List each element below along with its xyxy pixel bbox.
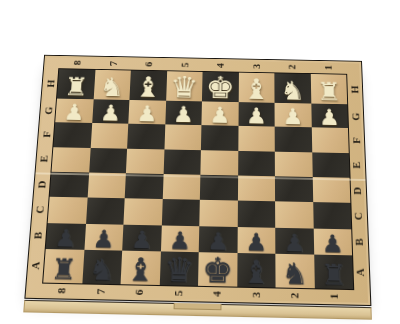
square-A6[interactable]: ♝ xyxy=(121,251,161,285)
coordinate-label: 8 xyxy=(72,60,83,65)
piece-white-pawn[interactable]: ♟ xyxy=(209,105,230,127)
square-C3[interactable] xyxy=(237,201,275,228)
square-E4[interactable] xyxy=(200,150,237,176)
board-grid: 87654321H♜♞♝♛♚♝♞♜HG♟♟♟♟♟♟♟♟GFFEEDDCCB♟♟♟… xyxy=(24,55,371,306)
square-B6[interactable]: ♟ xyxy=(122,224,161,251)
square-H3[interactable]: ♝ xyxy=(238,73,274,103)
right-coordinate-C: C xyxy=(350,203,367,229)
piece-white-pawn[interactable]: ♟ xyxy=(282,106,303,128)
piece-black-queen[interactable]: ♛ xyxy=(163,252,194,286)
square-D2[interactable] xyxy=(275,176,313,202)
border-corner xyxy=(25,282,43,298)
square-A5[interactable]: ♛ xyxy=(159,251,198,285)
coordinate-label: 6 xyxy=(134,289,146,295)
left-coordinate-E: E xyxy=(36,147,54,172)
piece-black-knight[interactable]: ♞ xyxy=(88,255,116,285)
square-C2[interactable] xyxy=(275,202,313,229)
left-coordinate-G: G xyxy=(40,98,57,122)
right-coordinate-F: F xyxy=(348,128,365,153)
square-E1[interactable] xyxy=(312,152,350,178)
square-E3[interactable] xyxy=(238,151,275,177)
square-D6[interactable] xyxy=(125,173,163,199)
piece-black-pawn[interactable]: ♟ xyxy=(283,231,305,255)
left-coordinate-F: F xyxy=(38,122,56,147)
square-B3[interactable]: ♟ xyxy=(237,227,275,254)
coordinate-label: 7 xyxy=(108,61,119,66)
square-C5[interactable] xyxy=(161,199,199,226)
square-B5[interactable]: ♟ xyxy=(160,225,199,252)
square-F3[interactable] xyxy=(238,126,275,151)
top-coordinate-6: 6 xyxy=(131,57,167,71)
top-coordinate-7: 7 xyxy=(95,57,131,71)
square-G1[interactable]: ♟ xyxy=(311,104,348,129)
square-B2[interactable]: ♟ xyxy=(275,227,313,254)
coordinate-label: 2 xyxy=(289,293,300,299)
square-E6[interactable] xyxy=(126,148,164,174)
square-B8[interactable]: ♟ xyxy=(46,223,86,250)
coordinate-label: A xyxy=(30,261,42,269)
product-photo: 87654321H♜♞♝♛♚♝♞♜HG♟♟♟♟♟♟♟♟GFFEEDDCCB♟♟♟… xyxy=(0,0,400,324)
coordinate-label: 6 xyxy=(144,62,155,67)
piece-white-knight[interactable]: ♞ xyxy=(99,74,125,100)
square-C1[interactable] xyxy=(313,202,352,229)
top-coordinate-8: 8 xyxy=(59,56,96,70)
border-corner xyxy=(44,56,60,69)
piece-black-bishop[interactable]: ♝ xyxy=(242,256,271,288)
piece-black-pawn[interactable]: ♟ xyxy=(245,230,267,254)
right-coordinate-E: E xyxy=(349,153,366,178)
right-coordinate-G: G xyxy=(347,104,363,128)
piece-white-king[interactable]: ♚ xyxy=(205,72,235,103)
square-D8[interactable] xyxy=(50,172,89,198)
piece-white-pawn[interactable]: ♟ xyxy=(63,102,85,124)
coordinate-label: C xyxy=(353,212,364,220)
square-D5[interactable] xyxy=(162,174,200,200)
square-A3[interactable]: ♝ xyxy=(237,253,276,287)
piece-white-rook[interactable]: ♜ xyxy=(316,79,341,105)
coordinate-label: 1 xyxy=(328,293,340,299)
square-C4[interactable] xyxy=(199,200,237,227)
piece-white-queen[interactable]: ♛ xyxy=(169,72,198,102)
square-F1[interactable] xyxy=(311,128,348,153)
piece-black-pawn[interactable]: ♟ xyxy=(92,227,115,251)
left-coordinate-D: D xyxy=(34,171,52,197)
coordinate-label: 8 xyxy=(56,288,68,294)
square-B7[interactable]: ♟ xyxy=(84,224,124,251)
piece-white-pawn[interactable]: ♟ xyxy=(99,102,121,124)
square-E5[interactable] xyxy=(163,149,201,175)
piece-black-knight[interactable]: ♞ xyxy=(281,259,308,289)
border-corner xyxy=(346,61,362,75)
piece-white-pawn[interactable]: ♟ xyxy=(173,104,195,126)
coordinate-label: F xyxy=(351,137,362,143)
square-H2[interactable]: ♞ xyxy=(274,73,310,103)
coordinate-label: E xyxy=(39,156,50,163)
square-H6[interactable]: ♝ xyxy=(129,71,166,101)
piece-white-knight[interactable]: ♞ xyxy=(280,78,305,105)
piece-black-pawn[interactable]: ♟ xyxy=(130,228,153,252)
square-B1[interactable]: ♟ xyxy=(313,228,352,255)
piece-black-rook[interactable]: ♜ xyxy=(50,255,78,284)
top-coordinate-1: 1 xyxy=(310,61,346,75)
square-D4[interactable] xyxy=(200,175,238,201)
piece-black-pawn[interactable]: ♟ xyxy=(321,232,344,256)
square-F8[interactable] xyxy=(53,123,91,148)
coordinate-label: D xyxy=(37,180,49,188)
piece-black-bishop[interactable]: ♝ xyxy=(126,254,156,286)
coordinate-label: B xyxy=(354,239,365,247)
coordinate-label: C xyxy=(35,206,47,214)
square-D7[interactable] xyxy=(87,173,126,199)
right-coordinate-H: H xyxy=(346,75,362,105)
piece-white-pawn[interactable]: ♟ xyxy=(136,103,158,125)
square-H4[interactable]: ♚ xyxy=(202,72,239,102)
square-G3[interactable]: ♟ xyxy=(238,102,275,127)
square-D1[interactable] xyxy=(312,177,350,203)
square-A2[interactable]: ♞ xyxy=(275,254,314,288)
coordinate-label: 2 xyxy=(287,64,298,69)
coordinate-label: F xyxy=(41,131,52,137)
square-A8[interactable]: ♜ xyxy=(43,249,84,283)
border-corner xyxy=(353,289,370,305)
square-G8[interactable]: ♟ xyxy=(55,99,93,124)
coordinate-label: G xyxy=(43,106,54,114)
piece-white-pawn[interactable]: ♟ xyxy=(246,105,267,127)
coordinate-label: 5 xyxy=(173,290,185,296)
coordinate-label: H xyxy=(45,80,56,88)
square-F4[interactable] xyxy=(201,125,238,150)
square-C7[interactable] xyxy=(86,198,125,225)
coordinate-label: G xyxy=(350,112,361,120)
right-coordinate-B: B xyxy=(351,229,368,256)
square-F2[interactable] xyxy=(275,127,312,152)
square-G2[interactable]: ♟ xyxy=(275,103,312,128)
square-H7[interactable]: ♞ xyxy=(93,70,131,100)
square-G7[interactable]: ♟ xyxy=(92,99,130,124)
left-coordinate-B: B xyxy=(29,222,47,249)
square-E8[interactable] xyxy=(52,147,91,173)
square-A4[interactable]: ♚ xyxy=(198,252,237,286)
piece-white-rook[interactable]: ♜ xyxy=(63,75,89,101)
clasp-notch xyxy=(173,303,221,310)
coordinate-label: 4 xyxy=(215,63,226,68)
left-coordinate-C: C xyxy=(32,197,50,223)
square-E7[interactable] xyxy=(89,148,127,174)
coordinate-label: B xyxy=(33,232,45,240)
coordinate-label: 4 xyxy=(212,291,223,297)
square-H8[interactable]: ♜ xyxy=(57,69,95,99)
square-F6[interactable] xyxy=(127,124,165,149)
square-F7[interactable] xyxy=(90,123,128,148)
coordinate-label: 5 xyxy=(179,62,190,67)
piece-white-bishop[interactable]: ♝ xyxy=(243,75,270,103)
square-H5[interactable]: ♛ xyxy=(166,71,203,101)
coordinate-label: H xyxy=(349,86,360,94)
top-coordinate-3: 3 xyxy=(238,59,274,73)
piece-white-bishop[interactable]: ♝ xyxy=(134,73,162,101)
coordinate-label: A xyxy=(355,268,367,276)
right-coordinate-A: A xyxy=(352,255,370,289)
piece-white-pawn[interactable]: ♟ xyxy=(319,107,341,129)
chess-board: 87654321H♜♞♝♛♚♝♞♜HG♟♟♟♟♟♟♟♟GFFEEDDCCB♟♟♟… xyxy=(23,55,369,317)
right-coordinate-D: D xyxy=(350,178,367,204)
piece-black-rook[interactable]: ♜ xyxy=(320,261,347,290)
coordinate-label: 3 xyxy=(251,64,262,69)
coordinate-label: E xyxy=(352,162,363,169)
top-coordinate-2: 2 xyxy=(274,60,310,74)
coordinate-label: 3 xyxy=(250,292,261,298)
coordinate-label: 7 xyxy=(95,289,107,295)
square-A1[interactable]: ♜ xyxy=(314,255,353,290)
square-C8[interactable] xyxy=(48,197,87,224)
square-H1[interactable]: ♜ xyxy=(310,74,347,104)
piece-black-king[interactable]: ♚ xyxy=(202,252,234,287)
square-A7[interactable]: ♞ xyxy=(82,250,122,284)
square-E2[interactable] xyxy=(275,151,312,177)
coordinate-label: 1 xyxy=(323,65,334,70)
square-C6[interactable] xyxy=(123,199,162,226)
coordinate-label: D xyxy=(352,187,363,195)
square-F5[interactable] xyxy=(164,125,201,150)
square-D3[interactable] xyxy=(237,176,275,202)
piece-black-pawn[interactable]: ♟ xyxy=(54,226,77,250)
square-G6[interactable]: ♟ xyxy=(128,100,165,125)
